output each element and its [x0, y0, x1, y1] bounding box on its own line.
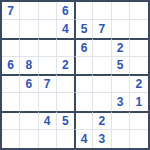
cell-r1c1[interactable]: 7: [2, 2, 20, 20]
cell-r6c3[interactable]: [39, 93, 57, 111]
cell-r6c6[interactable]: [93, 93, 111, 111]
cell-r5c7[interactable]: [112, 74, 130, 93]
cell-r3c5[interactable]: 6: [74, 38, 93, 57]
cell-r5c2[interactable]: 6: [20, 74, 38, 93]
cell-r7c5[interactable]: [74, 111, 93, 130]
cell-r6c7[interactable]: 3: [112, 93, 130, 111]
digit-r5c8: 2: [136, 78, 143, 90]
cell-r3c4[interactable]: [57, 38, 75, 57]
cell-r6c1[interactable]: [2, 93, 20, 111]
cell-r4c1[interactable]: 6: [2, 57, 20, 75]
digit-r4c7: 5: [117, 59, 124, 71]
cell-r4c4[interactable]: 2: [57, 57, 75, 75]
cell-r8c4[interactable]: [57, 130, 75, 148]
digit-r5c2: 6: [26, 78, 33, 90]
cell-r2c1[interactable]: [2, 20, 20, 38]
digit-r5c3: 7: [44, 78, 51, 90]
cell-r3c8[interactable]: [130, 38, 148, 57]
cell-r1c2[interactable]: [20, 2, 38, 20]
cell-r2c5[interactable]: 5: [74, 20, 93, 38]
sudoku-page: 764576268256723145243: [0, 0, 150, 150]
cell-r6c8[interactable]: 1: [130, 93, 148, 111]
digit-r4c4: 2: [62, 59, 69, 71]
cell-r3c7[interactable]: 2: [112, 38, 130, 57]
cell-r5c8[interactable]: 2: [130, 74, 148, 93]
cell-r1c8[interactable]: [130, 2, 148, 20]
cell-r2c2[interactable]: [20, 20, 38, 38]
cell-r1c6[interactable]: [93, 2, 111, 20]
cell-r7c4[interactable]: 5: [57, 111, 75, 130]
cell-r5c4[interactable]: [57, 74, 75, 93]
cell-r5c3[interactable]: 7: [39, 74, 57, 93]
digit-r6c7: 3: [117, 95, 124, 107]
cell-r8c3[interactable]: [39, 130, 57, 148]
cell-r2c8[interactable]: [130, 20, 148, 38]
cell-r7c7[interactable]: [112, 111, 130, 130]
cell-r8c1[interactable]: [2, 130, 20, 148]
cell-r6c5[interactable]: [74, 93, 93, 111]
cell-r8c8[interactable]: [130, 130, 148, 148]
digit-r6c8: 1: [136, 95, 143, 107]
cell-r7c3[interactable]: 4: [39, 111, 57, 130]
cell-r8c2[interactable]: [20, 130, 38, 148]
digit-r3c5: 6: [81, 41, 88, 53]
cell-r4c3[interactable]: [39, 57, 57, 75]
cell-r3c6[interactable]: [93, 38, 111, 57]
digit-r4c2: 8: [26, 59, 33, 71]
digit-r1c1: 7: [7, 4, 14, 16]
digit-r7c3: 4: [44, 114, 51, 126]
digit-r2c6: 7: [99, 22, 106, 34]
cell-r2c7[interactable]: [112, 20, 130, 38]
cell-r7c1[interactable]: [2, 111, 20, 130]
cell-r4c7[interactable]: 5: [112, 57, 130, 75]
cell-r8c6[interactable]: 3: [93, 130, 111, 148]
digit-r4c1: 6: [7, 59, 14, 71]
cell-r7c6[interactable]: 2: [93, 111, 111, 130]
digit-r2c5: 5: [81, 22, 88, 34]
cell-r4c6[interactable]: [93, 57, 111, 75]
cell-r8c5[interactable]: 4: [74, 130, 93, 148]
cell-r1c4[interactable]: 6: [57, 2, 75, 20]
digit-r8c6: 3: [99, 132, 106, 144]
cell-r6c4[interactable]: [57, 93, 75, 111]
cell-r3c2[interactable]: [20, 38, 38, 57]
digit-r7c4: 5: [62, 114, 69, 126]
cell-r3c1[interactable]: [2, 38, 20, 57]
sudoku-board: 764576268256723145243: [0, 0, 150, 150]
digit-r1c4: 6: [62, 4, 69, 16]
digit-r7c6: 2: [99, 114, 106, 126]
cell-r5c6[interactable]: [93, 74, 111, 93]
cell-r4c8[interactable]: [130, 57, 148, 75]
cell-r6c2[interactable]: [20, 93, 38, 111]
cell-r5c5[interactable]: [74, 74, 93, 93]
digit-r3c7: 2: [117, 41, 124, 53]
digit-r2c4: 4: [62, 22, 69, 34]
cell-r7c8[interactable]: [130, 111, 148, 130]
cell-r3c3[interactable]: [39, 38, 57, 57]
cell-r7c2[interactable]: [20, 111, 38, 130]
cell-r4c2[interactable]: 8: [20, 57, 38, 75]
cell-r1c3[interactable]: [39, 2, 57, 20]
cell-r5c1[interactable]: [2, 74, 20, 93]
cell-r8c7[interactable]: [112, 130, 130, 148]
cell-r1c5[interactable]: [74, 2, 93, 20]
cell-r4c5[interactable]: [74, 57, 93, 75]
cell-r1c7[interactable]: [112, 2, 130, 20]
digit-r8c5: 4: [81, 132, 88, 144]
cell-r2c6[interactable]: 7: [93, 20, 111, 38]
cell-r2c4[interactable]: 4: [57, 20, 75, 38]
cell-r2c3[interactable]: [39, 20, 57, 38]
